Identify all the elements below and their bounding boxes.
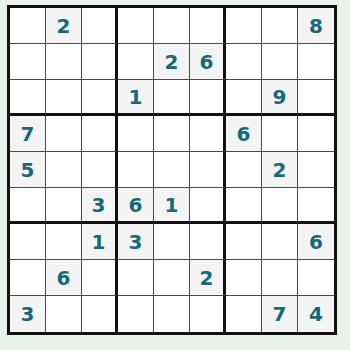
sudoku-cell-r9c4[interactable]	[118, 296, 154, 332]
sudoku-cell-r2c7[interactable]	[226, 44, 262, 80]
sudoku-cell-r9c7[interactable]	[226, 296, 262, 332]
sudoku-cell-r8c9[interactable]	[298, 260, 334, 296]
sudoku-cell-r7c6[interactable]	[190, 224, 226, 260]
sudoku-cell-r9c9[interactable]: 4	[298, 296, 334, 332]
sudoku-cell-r8c6[interactable]: 2	[190, 260, 226, 296]
sudoku-cell-r1c5[interactable]	[154, 8, 190, 44]
sudoku-cell-r6c1[interactable]	[10, 188, 46, 224]
sudoku-cell-r2c8[interactable]	[262, 44, 298, 80]
sudoku-cell-r9c3[interactable]	[82, 296, 118, 332]
sudoku-cell-r4c3[interactable]	[82, 116, 118, 152]
sudoku-cell-r2c9[interactable]	[298, 44, 334, 80]
sudoku-cell-r4c1[interactable]: 7	[10, 116, 46, 152]
sudoku-cell-r8c5[interactable]	[154, 260, 190, 296]
sudoku-cell-r2c1[interactable]	[10, 44, 46, 80]
sudoku-cell-r8c4[interactable]	[118, 260, 154, 296]
sudoku-cell-r7c9[interactable]: 6	[298, 224, 334, 260]
sudoku-cell-r1c2[interactable]: 2	[46, 8, 82, 44]
sudoku-cell-r9c2[interactable]	[46, 296, 82, 332]
sudoku-page: 282619765236113662374	[0, 0, 350, 335]
sudoku-cell-r1c6[interactable]	[190, 8, 226, 44]
sudoku-cell-r1c7[interactable]	[226, 8, 262, 44]
sudoku-cell-r4c8[interactable]	[262, 116, 298, 152]
sudoku-cell-r5c2[interactable]	[46, 152, 82, 188]
sudoku-cell-r3c2[interactable]	[46, 80, 82, 116]
sudoku-cell-r5c5[interactable]	[154, 152, 190, 188]
sudoku-cell-r5c4[interactable]	[118, 152, 154, 188]
sudoku-cell-r1c3[interactable]	[82, 8, 118, 44]
sudoku-board: 282619765236113662374	[7, 5, 337, 335]
sudoku-cell-r4c9[interactable]	[298, 116, 334, 152]
sudoku-cell-r2c2[interactable]	[46, 44, 82, 80]
sudoku-cell-r3c8[interactable]: 9	[262, 80, 298, 116]
sudoku-cell-r7c5[interactable]	[154, 224, 190, 260]
sudoku-cell-r1c1[interactable]	[10, 8, 46, 44]
sudoku-cell-r5c9[interactable]	[298, 152, 334, 188]
sudoku-cell-r9c6[interactable]	[190, 296, 226, 332]
sudoku-cell-r3c4[interactable]: 1	[118, 80, 154, 116]
sudoku-cell-r6c2[interactable]	[46, 188, 82, 224]
sudoku-cell-r2c5[interactable]: 2	[154, 44, 190, 80]
sudoku-cell-r9c1[interactable]: 3	[10, 296, 46, 332]
sudoku-cell-r8c7[interactable]	[226, 260, 262, 296]
sudoku-cell-r1c9[interactable]: 8	[298, 8, 334, 44]
sudoku-cell-r8c1[interactable]	[10, 260, 46, 296]
sudoku-cell-r5c3[interactable]	[82, 152, 118, 188]
sudoku-cell-r8c2[interactable]: 6	[46, 260, 82, 296]
sudoku-cell-r6c5[interactable]: 1	[154, 188, 190, 224]
sudoku-cell-r2c6[interactable]: 6	[190, 44, 226, 80]
sudoku-cell-r6c4[interactable]: 6	[118, 188, 154, 224]
sudoku-cell-r3c9[interactable]	[298, 80, 334, 116]
sudoku-cell-r9c8[interactable]: 7	[262, 296, 298, 332]
sudoku-cell-r7c3[interactable]: 1	[82, 224, 118, 260]
sudoku-cell-r6c3[interactable]: 3	[82, 188, 118, 224]
sudoku-cell-r2c3[interactable]	[82, 44, 118, 80]
sudoku-cell-r2c4[interactable]	[118, 44, 154, 80]
sudoku-cell-r7c8[interactable]	[262, 224, 298, 260]
sudoku-cell-r8c8[interactable]	[262, 260, 298, 296]
sudoku-cell-r5c8[interactable]: 2	[262, 152, 298, 188]
sudoku-cell-r7c1[interactable]	[10, 224, 46, 260]
sudoku-cell-r6c7[interactable]	[226, 188, 262, 224]
sudoku-cell-r6c9[interactable]	[298, 188, 334, 224]
sudoku-cell-r7c2[interactable]	[46, 224, 82, 260]
sudoku-cell-r5c1[interactable]: 5	[10, 152, 46, 188]
sudoku-cell-r4c2[interactable]	[46, 116, 82, 152]
sudoku-cell-r3c3[interactable]	[82, 80, 118, 116]
sudoku-cell-r1c4[interactable]	[118, 8, 154, 44]
sudoku-cell-r4c4[interactable]	[118, 116, 154, 152]
sudoku-cell-r6c8[interactable]	[262, 188, 298, 224]
sudoku-cell-r5c6[interactable]	[190, 152, 226, 188]
sudoku-cell-r3c7[interactable]	[226, 80, 262, 116]
sudoku-cell-r4c5[interactable]	[154, 116, 190, 152]
sudoku-cell-r1c8[interactable]	[262, 8, 298, 44]
sudoku-cell-r3c1[interactable]	[10, 80, 46, 116]
sudoku-cell-r7c7[interactable]	[226, 224, 262, 260]
sudoku-cell-r6c6[interactable]	[190, 188, 226, 224]
sudoku-cell-r4c6[interactable]	[190, 116, 226, 152]
sudoku-cell-r5c7[interactable]	[226, 152, 262, 188]
sudoku-cell-r4c7[interactable]: 6	[226, 116, 262, 152]
sudoku-cell-r9c5[interactable]	[154, 296, 190, 332]
sudoku-cell-r3c6[interactable]	[190, 80, 226, 116]
sudoku-cell-r8c3[interactable]	[82, 260, 118, 296]
sudoku-cell-r7c4[interactable]: 3	[118, 224, 154, 260]
sudoku-cell-r3c5[interactable]	[154, 80, 190, 116]
